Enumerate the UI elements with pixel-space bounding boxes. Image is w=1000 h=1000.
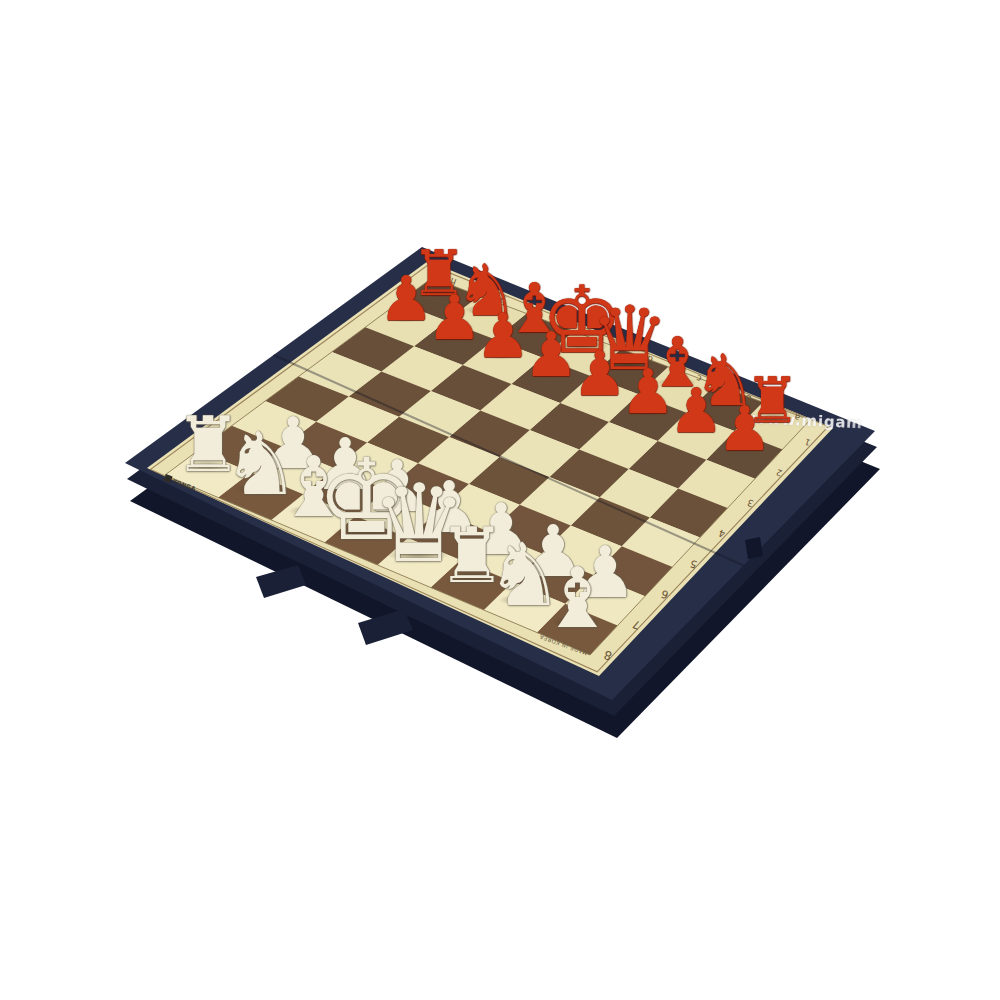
piece-shadow [704, 396, 745, 406]
piece-shadow [726, 444, 762, 453]
piece-shadow [333, 525, 399, 541]
piece-shadow [185, 461, 229, 472]
piece-shadow [629, 406, 665, 415]
piece-shadow [484, 350, 520, 359]
piece-shadow [532, 567, 573, 577]
piece-shadow [754, 414, 790, 423]
piece-shadow [480, 545, 521, 555]
piece-shadow [420, 288, 456, 297]
piece-shadow [499, 594, 549, 606]
chess-board: abcdefgh12345678 [0, 0, 1000, 1000]
fold-seam-notch [745, 537, 763, 559]
piece-shadow [552, 616, 600, 628]
piece-shadow [324, 480, 365, 490]
piece-shadow [436, 332, 472, 341]
piece-shadow [449, 572, 493, 583]
piece-shadow [235, 483, 285, 495]
frame-hinge-tab-1 [256, 565, 306, 598]
piece-shadow [289, 505, 337, 517]
product-photo-scene: abcdefgh12345678 ♜♞♝♛♚♝♞♜♟♟♟♟♟♟♟♟♟♟♟♟♟♟♟… [0, 0, 1000, 1000]
piece-shadow [376, 502, 417, 512]
piece-shadow [581, 388, 617, 397]
piece-shadow [388, 313, 424, 322]
